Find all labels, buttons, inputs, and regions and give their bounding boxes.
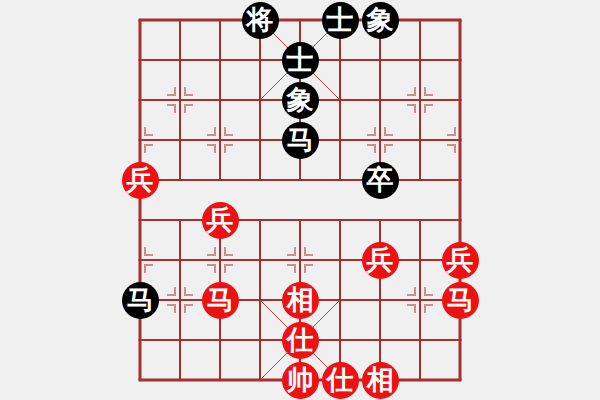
piece-red-horse[interactable]: 马	[442, 282, 479, 319]
piece-red-horse[interactable]: 马	[202, 282, 239, 319]
piece-red-elephant[interactable]: 相	[282, 282, 319, 319]
piece-black-general[interactable]: 将	[242, 2, 279, 39]
piece-red-general[interactable]: 帅	[282, 362, 319, 399]
piece-red-advisor[interactable]: 仕	[322, 362, 359, 399]
piece-black-horse[interactable]: 马	[122, 282, 159, 319]
piece-red-soldier[interactable]: 兵	[362, 242, 399, 279]
piece-black-elephant[interactable]: 象	[282, 82, 319, 119]
board-pieces-layer: 将士象士象马卒马兵兵兵兵马相马仕帅仕相	[120, 0, 480, 400]
piece-black-soldier[interactable]: 卒	[362, 162, 399, 199]
piece-red-soldier[interactable]: 兵	[442, 242, 479, 279]
piece-red-soldier[interactable]: 兵	[122, 162, 159, 199]
xiangqi-board: 将士象士象马卒马兵兵兵兵马相马仕帅仕相	[0, 0, 600, 400]
piece-red-elephant[interactable]: 相	[362, 362, 399, 399]
piece-red-soldier[interactable]: 兵	[202, 202, 239, 239]
piece-black-elephant[interactable]: 象	[362, 2, 399, 39]
piece-black-advisor[interactable]: 士	[322, 2, 359, 39]
piece-black-horse[interactable]: 马	[282, 122, 319, 159]
piece-black-advisor[interactable]: 士	[282, 42, 319, 79]
piece-red-advisor[interactable]: 仕	[282, 322, 319, 359]
